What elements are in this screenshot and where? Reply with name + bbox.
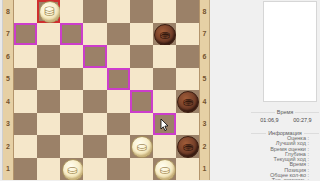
square-f8[interactable] (130, 0, 153, 23)
black-man-h4[interactable]: ⛂ (177, 91, 199, 113)
rank-label-5: 5 (200, 68, 209, 91)
square-g6[interactable] (153, 45, 176, 68)
square-h3[interactable] (176, 113, 199, 136)
square-e4[interactable] (107, 90, 130, 113)
black-man-glyph: ⛂ (160, 25, 171, 45)
white-man-glyph: ⛀ (137, 137, 148, 157)
square-f7[interactable] (130, 23, 153, 46)
rank-labels-left: 87654321 (3, 0, 14, 180)
square-d1[interactable] (83, 158, 106, 181)
square-d6[interactable] (83, 45, 106, 68)
square-h8[interactable] (176, 0, 199, 23)
move-list-panel[interactable] (263, 1, 317, 102)
square-b8[interactable]: ⛁ (37, 0, 60, 23)
square-g8[interactable] (153, 0, 176, 23)
square-b4[interactable] (37, 90, 60, 113)
square-c2[interactable] (60, 135, 83, 158)
rank-label-2: 2 (3, 135, 13, 158)
side-panel: Время 01:06,9 00:27,9 Информация Оценка … (211, 0, 320, 180)
right-clock: 00:27,9 (293, 117, 311, 123)
square-e2[interactable] (107, 135, 130, 158)
square-f2[interactable]: ⛀ (130, 135, 153, 158)
rank-label-4: 4 (200, 90, 209, 113)
square-g4[interactable] (153, 90, 176, 113)
left-clock: 01:06,9 (260, 117, 278, 123)
square-b1[interactable] (37, 158, 60, 181)
white-man-g1[interactable]: ⛀ (154, 159, 176, 180)
square-c5[interactable] (60, 68, 83, 91)
square-e8[interactable] (107, 0, 130, 23)
black-man-g7[interactable]: ⛂ (154, 24, 176, 46)
rank-labels-right: 87654321 (199, 0, 210, 180)
rank-label-4: 4 (3, 90, 13, 113)
white-man-c1[interactable]: ⛀ (62, 159, 84, 180)
square-c8[interactable] (60, 0, 83, 23)
time-section-header: Время (251, 109, 319, 115)
rank-label-7: 7 (3, 23, 13, 46)
rank-label-6: 6 (200, 45, 209, 68)
time-section-title: Время (277, 109, 294, 115)
square-h2[interactable]: ⛂ (176, 135, 199, 158)
rank-label-1: 1 (200, 158, 209, 181)
square-b2[interactable] (37, 135, 60, 158)
square-d2[interactable] (83, 135, 106, 158)
square-g5[interactable] (153, 68, 176, 91)
mouse-cursor-icon (160, 118, 169, 132)
square-b6[interactable] (37, 45, 60, 68)
white-man-glyph: ⛀ (67, 160, 78, 180)
square-a3[interactable] (14, 113, 37, 136)
clocks: 01:06,9 00:27,9 (253, 117, 319, 123)
square-a4[interactable] (14, 90, 37, 113)
rank-label-3: 3 (200, 113, 209, 136)
white-man-f2[interactable]: ⛀ (131, 136, 153, 158)
square-d7[interactable] (83, 23, 106, 46)
square-f3[interactable] (130, 113, 153, 136)
square-f5[interactable] (130, 68, 153, 91)
square-c4[interactable] (60, 90, 83, 113)
square-h4[interactable]: ⛂ (176, 90, 199, 113)
square-e6[interactable] (107, 45, 130, 68)
rank-label-8: 8 (3, 0, 13, 23)
square-e7[interactable] (107, 23, 130, 46)
rank-label-1: 1 (3, 158, 13, 181)
square-g7[interactable]: ⛂ (153, 23, 176, 46)
square-e5[interactable] (107, 68, 130, 91)
square-c7[interactable] (60, 23, 83, 46)
square-e1[interactable] (107, 158, 130, 181)
square-a1[interactable] (14, 158, 37, 181)
rank-label-5: 5 (3, 68, 13, 91)
square-h1[interactable] (176, 158, 199, 181)
white-king-glyph: ⛁ (44, 2, 55, 22)
square-h5[interactable] (176, 68, 199, 91)
square-b7[interactable] (37, 23, 60, 46)
square-d4[interactable] (83, 90, 106, 113)
square-b5[interactable] (37, 68, 60, 91)
black-man-h2[interactable]: ⛂ (177, 136, 199, 158)
square-a2[interactable] (14, 135, 37, 158)
black-man-glyph: ⛂ (183, 92, 194, 112)
square-b3[interactable] (37, 113, 60, 136)
square-c6[interactable] (60, 45, 83, 68)
black-man-glyph: ⛂ (183, 137, 194, 157)
square-d5[interactable] (83, 68, 106, 91)
square-g1[interactable]: ⛀ (153, 158, 176, 181)
square-d8[interactable] (83, 0, 106, 23)
square-a8[interactable] (14, 0, 37, 23)
rank-label-8: 8 (200, 0, 209, 23)
rank-label-3: 3 (3, 113, 13, 136)
square-g2[interactable] (153, 135, 176, 158)
square-a5[interactable] (14, 68, 37, 91)
square-c3[interactable] (60, 113, 83, 136)
rank-label-6: 6 (3, 45, 13, 68)
square-e3[interactable] (107, 113, 130, 136)
square-a6[interactable] (14, 45, 37, 68)
square-a7[interactable] (14, 23, 37, 46)
rank-label-2: 2 (200, 135, 209, 158)
info-rows: Оценка :Лучший ход :Время оценки :Глубин… (241, 136, 309, 180)
square-c1[interactable]: ⛀ (60, 158, 83, 181)
square-f6[interactable] (130, 45, 153, 68)
checkers-board[interactable]: ⛁⛂⛂⛀⛂⛀⛀ (14, 0, 199, 180)
white-king-b8[interactable]: ⛁ (39, 1, 61, 23)
square-h7[interactable] (176, 23, 199, 46)
square-d3[interactable] (83, 113, 106, 136)
square-h6[interactable] (176, 45, 199, 68)
rank-label-7: 7 (200, 23, 209, 46)
info-row: Тек. скорость : (241, 178, 309, 180)
square-f1[interactable] (130, 158, 153, 181)
square-f4[interactable] (130, 90, 153, 113)
white-man-glyph: ⛀ (160, 160, 171, 180)
